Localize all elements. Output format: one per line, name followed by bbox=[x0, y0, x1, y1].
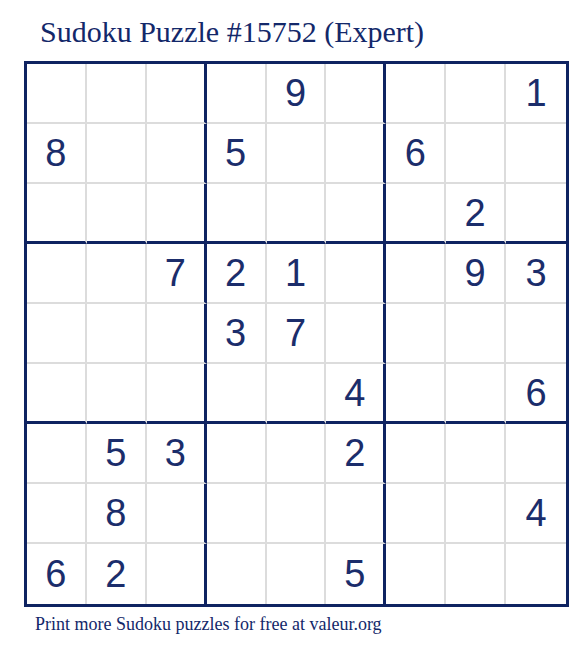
cell-r6c4-empty[interactable] bbox=[207, 364, 267, 424]
cell-r7c1-empty[interactable] bbox=[27, 424, 87, 484]
cell-r8c6-empty[interactable] bbox=[326, 484, 386, 544]
cell-r2c5-empty[interactable] bbox=[267, 124, 327, 184]
cell-r8c7-empty[interactable] bbox=[386, 484, 446, 544]
cell-r5c9-empty[interactable] bbox=[506, 304, 566, 364]
cell-r5c1-empty[interactable] bbox=[27, 304, 87, 364]
cell-r8c5-empty[interactable] bbox=[267, 484, 327, 544]
cell-r8c3-empty[interactable] bbox=[147, 484, 207, 544]
cell-r5c7-empty[interactable] bbox=[386, 304, 446, 364]
cell-r5c6-empty[interactable] bbox=[326, 304, 386, 364]
cell-r8c4-empty[interactable] bbox=[207, 484, 267, 544]
cell-r9c3-empty[interactable] bbox=[147, 544, 207, 604]
printable-sudoku-page: Sudoku Puzzle #15752 (Expert) 9185627219… bbox=[0, 0, 580, 651]
cell-r7c9-empty[interactable] bbox=[506, 424, 566, 484]
cell-r4c1-empty[interactable] bbox=[27, 244, 87, 304]
cell-r5c2-empty[interactable] bbox=[87, 304, 147, 364]
cell-r7c2-given: 5 bbox=[87, 424, 147, 484]
cell-r8c2-given: 8 bbox=[87, 484, 147, 544]
cell-r9c2-given: 2 bbox=[87, 544, 147, 604]
cell-r4c8-given: 9 bbox=[446, 244, 506, 304]
cell-r4c9-given: 3 bbox=[506, 244, 566, 304]
cell-r5c4-given: 3 bbox=[207, 304, 267, 364]
cell-r3c9-empty[interactable] bbox=[506, 184, 566, 244]
cell-r2c7-given: 6 bbox=[386, 124, 446, 184]
cell-r2c3-empty[interactable] bbox=[147, 124, 207, 184]
cell-r5c5-given: 7 bbox=[267, 304, 327, 364]
cell-r4c7-empty[interactable] bbox=[386, 244, 446, 304]
cell-r6c5-empty[interactable] bbox=[267, 364, 327, 424]
cell-r3c8-given: 2 bbox=[446, 184, 506, 244]
cell-r1c4-empty[interactable] bbox=[207, 64, 267, 124]
cell-r1c5-given: 9 bbox=[267, 64, 327, 124]
cell-r9c9-empty[interactable] bbox=[506, 544, 566, 604]
cell-r6c7-empty[interactable] bbox=[386, 364, 446, 424]
cell-r4c2-empty[interactable] bbox=[87, 244, 147, 304]
cell-r6c8-empty[interactable] bbox=[446, 364, 506, 424]
sudoku-board: 91856272193374653284625 bbox=[24, 61, 569, 607]
cell-r2c2-empty[interactable] bbox=[87, 124, 147, 184]
cell-r5c3-empty[interactable] bbox=[147, 304, 207, 364]
cell-r4c6-empty[interactable] bbox=[326, 244, 386, 304]
cell-r4c4-given: 2 bbox=[207, 244, 267, 304]
cell-r2c4-given: 5 bbox=[207, 124, 267, 184]
cell-r3c7-empty[interactable] bbox=[386, 184, 446, 244]
cell-r9c4-empty[interactable] bbox=[207, 544, 267, 604]
cell-r6c9-given: 6 bbox=[506, 364, 566, 424]
cell-r6c2-empty[interactable] bbox=[87, 364, 147, 424]
cell-r1c3-empty[interactable] bbox=[147, 64, 207, 124]
cell-r9c1-given: 6 bbox=[27, 544, 87, 604]
cell-r2c8-empty[interactable] bbox=[446, 124, 506, 184]
cell-r3c1-empty[interactable] bbox=[27, 184, 87, 244]
cell-r1c6-empty[interactable] bbox=[326, 64, 386, 124]
page-title: Sudoku Puzzle #15752 (Expert) bbox=[40, 15, 424, 49]
cell-r2c9-empty[interactable] bbox=[506, 124, 566, 184]
cell-r5c8-empty[interactable] bbox=[446, 304, 506, 364]
cell-r3c4-empty[interactable] bbox=[207, 184, 267, 244]
cell-r4c3-given: 7 bbox=[147, 244, 207, 304]
cell-r1c8-empty[interactable] bbox=[446, 64, 506, 124]
cell-r8c8-empty[interactable] bbox=[446, 484, 506, 544]
cell-r3c3-empty[interactable] bbox=[147, 184, 207, 244]
cell-r4c5-given: 1 bbox=[267, 244, 327, 304]
footer-note: Print more Sudoku puzzles for free at va… bbox=[35, 614, 382, 635]
cell-r7c4-empty[interactable] bbox=[207, 424, 267, 484]
cell-r8c1-empty[interactable] bbox=[27, 484, 87, 544]
cell-r7c8-empty[interactable] bbox=[446, 424, 506, 484]
cell-r3c6-empty[interactable] bbox=[326, 184, 386, 244]
cell-r9c5-empty[interactable] bbox=[267, 544, 327, 604]
cell-r1c2-empty[interactable] bbox=[87, 64, 147, 124]
cell-r6c6-given: 4 bbox=[326, 364, 386, 424]
cell-r8c9-given: 4 bbox=[506, 484, 566, 544]
cell-r2c1-given: 8 bbox=[27, 124, 87, 184]
cell-r7c3-given: 3 bbox=[147, 424, 207, 484]
cell-r9c7-empty[interactable] bbox=[386, 544, 446, 604]
cell-r2c6-empty[interactable] bbox=[326, 124, 386, 184]
cell-r7c5-empty[interactable] bbox=[267, 424, 327, 484]
cell-r7c6-given: 2 bbox=[326, 424, 386, 484]
cell-r1c7-empty[interactable] bbox=[386, 64, 446, 124]
cell-r9c8-empty[interactable] bbox=[446, 544, 506, 604]
cell-r1c9-given: 1 bbox=[506, 64, 566, 124]
cell-r6c1-empty[interactable] bbox=[27, 364, 87, 424]
cell-r7c7-empty[interactable] bbox=[386, 424, 446, 484]
cell-r9c6-given: 5 bbox=[326, 544, 386, 604]
cell-r3c5-empty[interactable] bbox=[267, 184, 327, 244]
cell-r3c2-empty[interactable] bbox=[87, 184, 147, 244]
cell-r1c1-empty[interactable] bbox=[27, 64, 87, 124]
cell-r6c3-empty[interactable] bbox=[147, 364, 207, 424]
